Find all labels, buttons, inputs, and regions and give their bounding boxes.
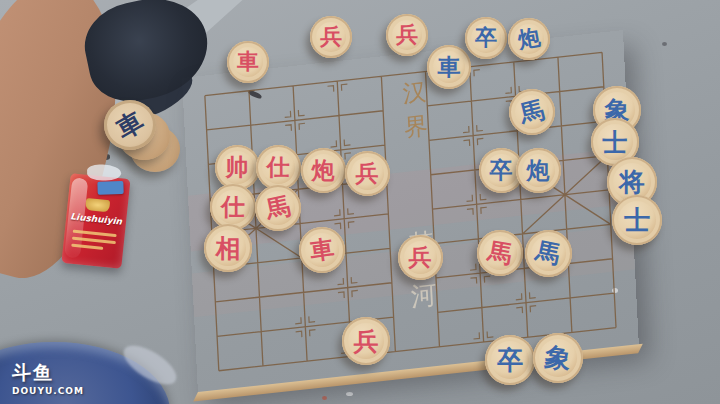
blue-advisor[interactable]: 士 [612,195,662,245]
watermark-en-text: DOUYU.COM [12,386,84,396]
red-cannon[interactable]: 炮 [301,148,346,193]
piece-character: 炮 [516,26,541,51]
red-soldier[interactable]: 兵 [345,151,390,196]
douyu-watermark: 斗鱼 DOUYU.COM [12,360,84,396]
piece-character: 兵 [409,246,432,269]
piece-character: 士 [624,207,650,233]
piece-character: 炮 [527,159,550,182]
red-elephant[interactable]: 相 [204,224,252,272]
watermark-cn-text: 斗鱼 [12,360,84,386]
red-advisor[interactable]: 仕 [210,184,256,230]
piece-character: 車 [438,56,461,79]
piece-character: 卒 [475,27,497,49]
piece-character: 象 [543,343,572,372]
blue-soldier[interactable]: 卒 [485,335,535,385]
red-advisor[interactable]: 仕 [256,145,301,190]
piece-character: 馬 [517,97,546,126]
piece-character: 相 [216,236,241,261]
piece-character: 馬 [264,194,292,222]
red-soldier[interactable]: 兵 [398,235,443,280]
piece-character: 将 [619,169,645,195]
blue-elephant[interactable]: 象 [533,333,583,383]
blue-cannon[interactable]: 炮 [508,18,550,60]
piece-character: 兵 [396,24,418,46]
piece-character: 車 [237,51,259,73]
piece-character: 卒 [497,347,523,373]
red-soldier[interactable]: 兵 [386,14,428,56]
red-soldier[interactable]: 兵 [342,317,390,365]
red-general[interactable]: 帅 [215,145,260,190]
piece-character: 帅 [226,156,249,179]
blue-horse[interactable]: 馬 [525,230,572,277]
red-chariot[interactable]: 車 [227,41,269,83]
blue-cannon[interactable]: 炮 [516,148,561,193]
blue-soldier[interactable]: 卒 [465,17,507,59]
blue-chariot[interactable]: 車 [427,45,471,89]
photo-scene: 車 Liushuiyin 汉 界 楚 河 車兵兵帅仕炮兵仕馬相車兵馬兵車卒炮馬象… [0,0,720,404]
piece-character: 兵 [320,26,342,48]
piece-character: 仕 [267,156,290,179]
blue-horse[interactable]: 馬 [509,89,555,135]
red-horse[interactable]: 馬 [477,230,523,276]
red-horse[interactable]: 馬 [255,185,301,231]
red-chariot[interactable]: 車 [299,227,345,273]
piece-character: 士 [603,130,628,155]
piece-character: 兵 [354,329,379,354]
red-soldier[interactable]: 兵 [310,16,352,58]
piece-character: 車 [308,236,335,263]
piece-character: 仕 [221,195,245,219]
piece-character: 卒 [490,159,513,182]
piece-character: 炮 [312,159,335,182]
piece-character: 兵 [356,162,379,185]
piece-character: 馬 [534,239,562,267]
pieces-layer: 車兵兵帅仕炮兵仕馬相車兵馬兵車卒炮馬象士将士卒炮馬卒象 [0,0,720,404]
piece-character: 馬 [486,239,514,267]
